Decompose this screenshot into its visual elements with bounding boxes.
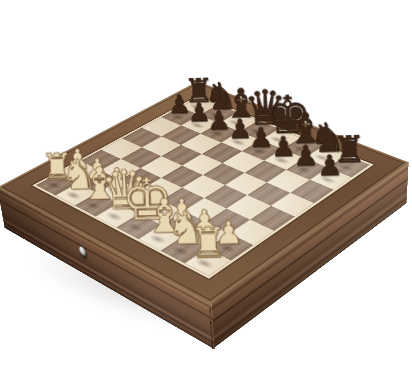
- piece-white-rook-h1[interactable]: ♜: [189, 224, 223, 263]
- square-h1[interactable]: ♜: [184, 248, 231, 276]
- chess-box: ♜♞♝♛♚♝♞♜♟♟♟♟♟♟♟♟♟♟♟♟♟♟♟♟♜♞♝♛♚♝♞♜: [0, 81, 409, 304]
- scene: ♜♞♝♛♚♝♞♜♟♟♟♟♟♟♟♟♟♟♟♟♟♟♟♟♜♞♝♛♚♝♞♜: [0, 0, 412, 387]
- product-photo: ♜♞♝♛♚♝♞♜♟♟♟♟♟♟♟♟♟♟♟♟♟♟♟♟♜♞♝♛♚♝♞♜: [0, 0, 412, 387]
- drawer-knob: [78, 245, 86, 258]
- box-top-face: ♜♞♝♛♚♝♞♜♟♟♟♟♟♟♟♟♟♟♟♟♟♟♟♟♜♞♝♛♚♝♞♜: [0, 81, 409, 304]
- square-e5[interactable]: [203, 163, 245, 185]
- piece-black-pawn-h7[interactable]: ♟: [314, 153, 345, 180]
